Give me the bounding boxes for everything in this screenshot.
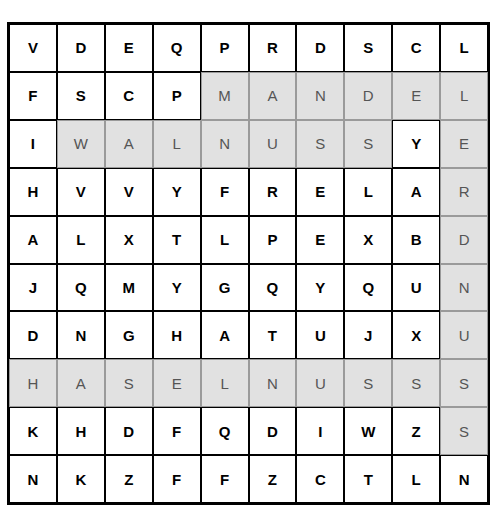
cell-letter: H [28,184,39,199]
cell-letter: N [459,472,470,487]
cell-letter: F [220,472,229,487]
word-search-page: VDEQPRDSCLFSCPMANDELIWALNUSSYEHVVYFRELAR… [0,0,500,520]
cell-r8c3[interactable]: S [105,359,153,407]
cell-r5c2[interactable]: L [57,216,105,264]
cell-letter: A [267,88,277,103]
cell-r7c8[interactable]: J [344,311,392,359]
cell-r9c6[interactable]: D [249,407,297,455]
cell-letter: N [315,88,326,103]
cell-letter: V [76,184,86,199]
cell-letter: G [219,280,231,295]
cell-r9c8[interactable]: W [344,407,392,455]
cell-letter: Z [268,472,277,487]
cell-letter: F [172,472,181,487]
cell-r5c1[interactable]: A [9,216,57,264]
cell-letter: W [74,136,88,151]
cell-letter: S [363,136,373,151]
cell-r2c1[interactable]: F [9,72,57,120]
cell-letter: L [412,472,421,487]
cell-letter: S [315,136,325,151]
cell-letter: P [220,40,230,55]
cell-r1c5[interactable]: P [201,24,249,72]
cell-letter: N [219,136,230,151]
cell-r1c6[interactable]: R [249,24,297,72]
cell-r1c1[interactable]: V [9,24,57,72]
cell-letter: N [459,280,470,295]
cell-r6c7[interactable]: Y [296,264,344,312]
cell-letter: E [459,136,469,151]
cell-letter: E [124,40,134,55]
cell-r5c6[interactable]: P [249,216,297,264]
cell-letter: A [28,232,39,247]
cell-r10c8[interactable]: T [344,455,392,503]
cell-letter: M [122,280,135,295]
cell-r3c5[interactable]: N [201,120,249,168]
cell-letter: Q [219,424,231,439]
cell-r5c4[interactable]: T [153,216,201,264]
cell-letter: A [124,136,134,151]
cell-r1c10[interactable]: L [440,24,488,72]
cell-letter: L [460,88,468,103]
cell-letter: U [411,280,422,295]
cell-letter: P [172,88,182,103]
cell-r6c4[interactable]: Y [153,264,201,312]
cell-letter: D [75,40,86,55]
cell-r6c6[interactable]: Q [249,264,297,312]
cell-r8c9[interactable]: S [392,359,440,407]
cell-r4c10[interactable]: R [440,168,488,216]
cell-letter: Q [267,280,279,295]
cell-letter: B [411,232,422,247]
cell-letter: V [124,184,134,199]
cell-r8c4[interactable]: E [153,359,201,407]
cell-letter: I [31,136,35,151]
cell-r10c9[interactable]: L [392,455,440,503]
cell-letter: X [363,232,373,247]
cell-r5c5[interactable]: L [201,216,249,264]
cell-letter: D [459,232,470,247]
cell-r7c3[interactable]: G [105,311,153,359]
cell-letter: U [459,328,470,343]
cell-letter: S [363,376,373,391]
cell-r2c9[interactable]: E [392,72,440,120]
cell-letter: S [411,376,421,391]
cell-r8c7[interactable]: U [296,359,344,407]
cell-r6c2[interactable]: Q [57,264,105,312]
cell-letter: S [459,424,469,439]
cell-letter: E [315,232,325,247]
cell-r3c3[interactable]: A [105,120,153,168]
cell-r8c1[interactable]: H [9,359,57,407]
cell-r5c3[interactable]: X [105,216,153,264]
cell-r8c5[interactable]: L [201,359,249,407]
cell-r1c9[interactable]: C [392,24,440,72]
cell-letter: S [363,40,373,55]
cell-r10c10[interactable]: N [440,455,488,503]
cell-letter: S [459,376,469,391]
cell-r7c10[interactable]: U [440,311,488,359]
cell-letter: R [267,40,278,55]
cell-letter: P [267,232,277,247]
cell-r2c4[interactable]: P [153,72,201,120]
cell-r3c4[interactable]: L [153,120,201,168]
cell-letter: H [28,376,39,391]
cell-letter: K [28,424,39,439]
cell-r6c1[interactable]: J [9,264,57,312]
cell-r7c2[interactable]: N [57,311,105,359]
cell-letter: A [76,376,86,391]
cell-letter: Y [315,280,325,295]
cell-r3c1[interactable]: I [9,120,57,168]
cell-r5c7[interactable]: E [296,216,344,264]
cell-r3c9[interactable]: Y [392,120,440,168]
cell-letter: G [123,328,135,343]
cell-letter: L [172,136,180,151]
cell-r3c8[interactable]: S [344,120,392,168]
cell-r10c3[interactable]: Z [105,455,153,503]
cell-r2c3[interactable]: C [105,72,153,120]
cell-r2c2[interactable]: S [57,72,105,120]
cell-r6c3[interactable]: M [105,264,153,312]
cell-letter: V [28,40,38,55]
cell-r8c8[interactable]: S [344,359,392,407]
cell-r10c1[interactable]: N [9,455,57,503]
cell-letter: U [267,136,278,151]
cell-r1c7[interactable]: D [296,24,344,72]
cell-letter: Q [171,40,183,55]
cell-r4c1[interactable]: H [9,168,57,216]
cell-letter: D [123,424,134,439]
cell-letter: C [315,472,326,487]
cell-letter: J [29,280,37,295]
cell-letter: K [75,472,86,487]
cell-r6c5[interactable]: G [201,264,249,312]
cell-letter: E [172,376,182,391]
cell-r9c5[interactable]: Q [201,407,249,455]
cell-r1c4[interactable]: Q [153,24,201,72]
cell-letter: S [76,88,86,103]
cell-letter: U [315,328,326,343]
cell-r7c4[interactable]: H [153,311,201,359]
cell-letter: N [75,328,86,343]
cell-r6c10[interactable]: N [440,264,488,312]
cell-r4c2[interactable]: V [57,168,105,216]
cell-r10c4[interactable]: F [153,455,201,503]
cell-r7c1[interactable]: D [9,311,57,359]
cell-letter: X [411,328,421,343]
cell-letter: X [124,232,134,247]
cell-r9c3[interactable]: D [105,407,153,455]
cell-letter: D [315,40,326,55]
cell-letter: Y [172,184,182,199]
cell-letter: A [411,184,422,199]
cell-r7c6[interactable]: T [249,311,297,359]
cell-letter: F [220,184,229,199]
cell-r4c8[interactable]: L [344,168,392,216]
cell-r9c1[interactable]: K [9,407,57,455]
cell-letter: L [459,40,468,55]
cell-r8c2[interactable]: A [57,359,105,407]
cell-r3c2[interactable]: W [57,120,105,168]
cell-r1c8[interactable]: S [344,24,392,72]
cell-letter: N [267,376,278,391]
cell-letter: L [364,184,373,199]
cell-r6c9[interactable]: U [392,264,440,312]
cell-letter: F [28,88,37,103]
cell-letter: C [123,88,134,103]
cell-r4c4[interactable]: Y [153,168,201,216]
word-search-board: VDEQPRDSCLFSCPMANDELIWALNUSSYEHVVYFRELAR… [7,22,490,505]
cell-letter: E [315,184,325,199]
cell-letter: R [267,184,278,199]
cell-r4c9[interactable]: A [392,168,440,216]
cell-letter: T [364,472,373,487]
cell-letter: L [76,232,85,247]
cell-letter: Z [412,424,421,439]
cell-r9c9[interactable]: Z [392,407,440,455]
cell-letter: U [315,376,326,391]
cell-r3c6[interactable]: U [249,120,297,168]
cell-r10c5[interactable]: F [201,455,249,503]
cell-r7c9[interactable]: X [392,311,440,359]
cell-r2c8[interactable]: D [344,72,392,120]
cell-r5c9[interactable]: B [392,216,440,264]
cell-r1c3[interactable]: E [105,24,153,72]
cell-r9c7[interactable]: I [296,407,344,455]
cell-r8c10[interactable]: S [440,359,488,407]
cell-r7c5[interactable]: A [201,311,249,359]
cell-letter: R [459,184,470,199]
cell-letter: T [268,328,277,343]
cell-letter: L [220,376,228,391]
cell-r4c6[interactable]: R [249,168,297,216]
cell-letter: H [171,328,182,343]
cell-r3c7[interactable]: S [296,120,344,168]
cell-letter: Q [75,280,87,295]
cell-letter: D [363,88,374,103]
cell-r4c5[interactable]: F [201,168,249,216]
cell-letter: F [172,424,181,439]
cell-r9c4[interactable]: F [153,407,201,455]
cell-r2c7[interactable]: N [296,72,344,120]
cell-r2c10[interactable]: L [440,72,488,120]
cell-letter: L [220,232,229,247]
cell-r10c6[interactable]: Z [249,455,297,503]
cell-r10c7[interactable]: C [296,455,344,503]
cell-r5c10[interactable]: D [440,216,488,264]
cell-letter: T [172,232,181,247]
cell-letter: Q [362,280,374,295]
cell-letter: D [267,424,278,439]
cell-letter: H [75,424,86,439]
cell-letter: N [28,472,39,487]
cell-letter: C [411,40,422,55]
cell-r4c7[interactable]: E [296,168,344,216]
cell-letter: J [364,328,372,343]
cell-r10c2[interactable]: K [57,455,105,503]
cell-letter: E [411,88,421,103]
cell-r2c6[interactable]: A [249,72,297,120]
cell-r7c7[interactable]: U [296,311,344,359]
cell-r8c6[interactable]: N [249,359,297,407]
cell-r5c8[interactable]: X [344,216,392,264]
cell-letter: S [124,376,134,391]
cell-r6c8[interactable]: Q [344,264,392,312]
cell-letter: M [218,88,231,103]
cell-letter: A [219,328,230,343]
cell-letter: Z [124,472,133,487]
cell-letter: Y [172,280,182,295]
cell-r1c2[interactable]: D [57,24,105,72]
cell-letter: D [28,328,39,343]
cell-r9c10[interactable]: S [440,407,488,455]
cell-letter: Y [411,136,421,151]
cell-letter: W [361,424,375,439]
cell-r4c3[interactable]: V [105,168,153,216]
cell-r3c10[interactable]: E [440,120,488,168]
cell-letter: I [318,424,322,439]
cell-r9c2[interactable]: H [57,407,105,455]
cell-r2c5[interactable]: M [201,72,249,120]
